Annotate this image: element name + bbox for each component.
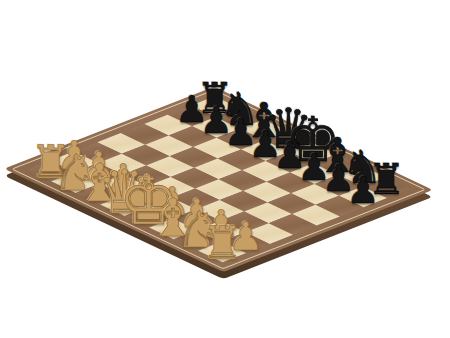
- chess-set-photo: ♜♟♞♟♝♟♛♟♚♟♟♝♜♟♟♞♞♟♟♜♝♟♟♛♟♚♟♝♟♞♟♜: [0, 0, 450, 338]
- chess-board: [4, 87, 433, 272]
- board-grid: [27, 96, 411, 262]
